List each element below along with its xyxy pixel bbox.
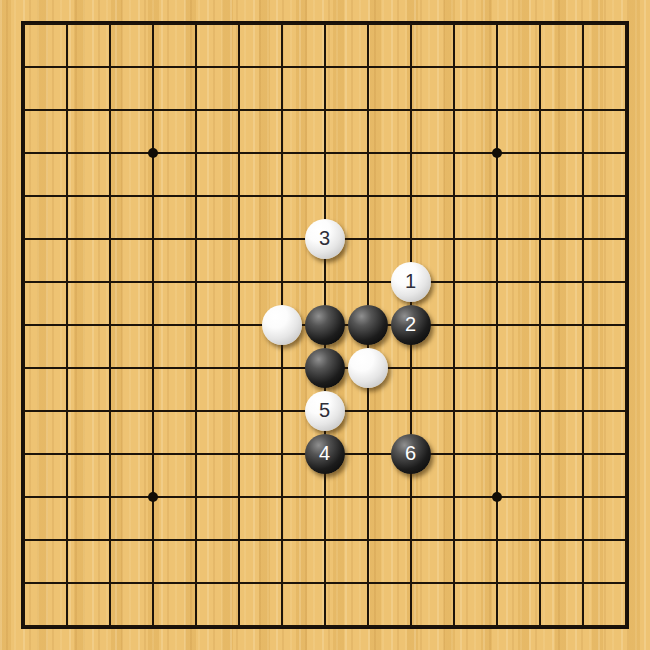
intersection-7-9[interactable]: 5: [303, 389, 346, 432]
board-grid: 312546: [2, 2, 647, 647]
black-stone: [305, 348, 345, 388]
white-stone: [348, 348, 388, 388]
move-number-label: 4: [319, 443, 330, 463]
move-number-label: 2: [405, 314, 416, 334]
move-number-label: 5: [319, 400, 330, 420]
intersection-7-7[interactable]: [303, 303, 346, 346]
white-stone-move-1: 1: [391, 262, 431, 302]
move-number-label: 6: [405, 443, 416, 463]
go-board[interactable]: 312546: [0, 0, 650, 650]
intersection-7-5[interactable]: 3: [303, 217, 346, 260]
black-stone-move-6: 6: [391, 434, 431, 474]
intersection-6-7[interactable]: [260, 303, 303, 346]
black-stone-move-2: 2: [391, 305, 431, 345]
intersection-9-10[interactable]: 6: [389, 432, 432, 475]
black-stone-move-4: 4: [305, 434, 345, 474]
move-number-label: 1: [405, 271, 416, 291]
intersection-7-8[interactable]: [303, 346, 346, 389]
black-stone: [348, 305, 388, 345]
intersection-9-6[interactable]: 1: [389, 260, 432, 303]
white-stone-move-5: 5: [305, 391, 345, 431]
white-stone-move-3: 3: [305, 219, 345, 259]
move-number-label: 3: [319, 228, 330, 248]
black-stone: [305, 305, 345, 345]
intersection-8-7[interactable]: [346, 303, 389, 346]
intersection-7-10[interactable]: 4: [303, 432, 346, 475]
white-stone: [262, 305, 302, 345]
intersection-9-7[interactable]: 2: [389, 303, 432, 346]
intersection-8-8[interactable]: [346, 346, 389, 389]
